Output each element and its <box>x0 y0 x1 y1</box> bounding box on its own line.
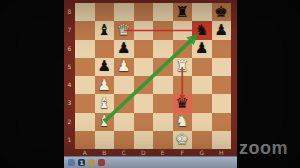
white-king[interactable]: ♚ <box>176 132 189 147</box>
square-d6[interactable] <box>134 40 154 58</box>
square-b6[interactable] <box>95 40 115 58</box>
rank-label-1: 1 <box>64 137 75 143</box>
square-a8[interactable] <box>75 3 95 21</box>
black-pawn[interactable]: ♟ <box>98 59 111 74</box>
square-h2[interactable] <box>212 113 232 131</box>
square-e7[interactable] <box>153 21 173 39</box>
square-d8[interactable] <box>134 3 154 21</box>
square-d1[interactable] <box>134 131 154 149</box>
square-e2[interactable] <box>153 113 173 131</box>
rank-label-5: 5 <box>64 64 75 70</box>
black-pawn[interactable]: ♟ <box>215 23 228 38</box>
black-rook[interactable]: ♜ <box>176 5 189 20</box>
square-d2[interactable] <box>134 113 154 131</box>
one-icon[interactable]: 1 <box>78 159 85 166</box>
chat-icon[interactable] <box>68 159 75 166</box>
square-g1[interactable] <box>192 131 212 149</box>
zoom-watermark: zoom <box>239 138 297 160</box>
square-f8[interactable]: ♜ <box>173 3 193 21</box>
square-e3[interactable] <box>153 94 173 112</box>
white-bishop[interactable]: ♝ <box>98 96 111 111</box>
white-bishop[interactable]: ♝ <box>98 114 111 129</box>
square-e8[interactable] <box>153 3 173 21</box>
square-a7[interactable] <box>75 21 95 39</box>
square-b7[interactable]: ♝ <box>95 21 115 39</box>
white-pawn[interactable]: ♟ <box>98 78 111 93</box>
square-e1[interactable] <box>153 131 173 149</box>
square-d7[interactable] <box>134 21 154 39</box>
square-f1[interactable]: ♚ <box>173 131 193 149</box>
file-label-G: G <box>192 149 212 156</box>
square-h6[interactable] <box>212 40 232 58</box>
black-bishop[interactable]: ♝ <box>98 23 111 38</box>
square-d4[interactable] <box>134 76 154 94</box>
square-f5[interactable]: ♜ <box>173 58 193 76</box>
square-e6[interactable] <box>153 40 173 58</box>
square-g4[interactable] <box>192 76 212 94</box>
square-a3[interactable] <box>75 94 95 112</box>
file-label-E: E <box>153 149 173 156</box>
square-c4[interactable] <box>114 76 134 94</box>
square-c2[interactable] <box>114 113 134 131</box>
square-h1[interactable] <box>212 131 232 149</box>
square-a4[interactable] <box>75 76 95 94</box>
rank-label-7: 7 <box>64 27 75 33</box>
black-pawn[interactable]: ♟ <box>117 41 130 56</box>
file-label-A: A <box>75 149 95 156</box>
file-label-H: H <box>212 149 232 156</box>
square-g8[interactable] <box>192 3 212 21</box>
square-c6[interactable]: ♟ <box>114 40 134 58</box>
file-label-C: C <box>114 149 134 156</box>
square-h5[interactable] <box>212 58 232 76</box>
square-c1[interactable] <box>114 131 134 149</box>
rank-label-2: 2 <box>64 119 75 125</box>
black-knight[interactable]: ♞ <box>195 23 208 38</box>
square-c7[interactable]: ♛ <box>114 21 134 39</box>
square-g6[interactable]: ♟ <box>192 40 212 58</box>
rank-label-6: 6 <box>64 46 75 52</box>
square-f7[interactable] <box>173 21 193 39</box>
square-f2[interactable]: ♞ <box>173 113 193 131</box>
file-label-D: D <box>134 149 154 156</box>
square-a6[interactable] <box>75 40 95 58</box>
square-h4[interactable] <box>212 76 232 94</box>
rank-label-8: 8 <box>64 9 75 15</box>
square-g5[interactable] <box>192 58 212 76</box>
white-knight[interactable]: ♞ <box>176 114 189 129</box>
black-king[interactable]: ♚ <box>215 5 228 20</box>
square-h7[interactable]: ♟ <box>212 21 232 39</box>
board-grid: ♜♚♝♛♞♟♟♟♟♟♜♟♝♛♝♞♚ <box>75 3 231 149</box>
square-d5[interactable] <box>134 58 154 76</box>
white-pawn[interactable]: ♟ <box>117 59 130 74</box>
square-g7[interactable]: ♞ <box>192 21 212 39</box>
square-c5[interactable]: ♟ <box>114 58 134 76</box>
folder-icon[interactable] <box>88 159 95 166</box>
white-queen[interactable]: ♛ <box>117 23 130 38</box>
square-h3[interactable] <box>212 94 232 112</box>
square-b2[interactable]: ♝ <box>95 113 115 131</box>
square-h8[interactable]: ♚ <box>212 3 232 21</box>
square-g2[interactable] <box>192 113 212 131</box>
taskbar: 1 <box>64 156 237 168</box>
media-icon[interactable] <box>98 159 105 166</box>
file-label-B: B <box>95 149 115 156</box>
square-a5[interactable] <box>75 58 95 76</box>
square-a1[interactable] <box>75 131 95 149</box>
square-f3[interactable]: ♛ <box>173 94 193 112</box>
square-f4[interactable] <box>173 76 193 94</box>
rank-label-4: 4 <box>64 82 75 88</box>
black-pawn[interactable]: ♟ <box>195 41 208 56</box>
chess-board: ♜♚♝♛♞♟♟♟♟♟♜♟♝♛♝♞♚ 87654321ABCDEFGH <box>64 0 237 156</box>
square-e4[interactable] <box>153 76 173 94</box>
square-b8[interactable] <box>95 3 115 21</box>
square-c8[interactable] <box>114 3 134 21</box>
square-e5[interactable] <box>153 58 173 76</box>
square-b5[interactable]: ♟ <box>95 58 115 76</box>
square-g3[interactable] <box>192 94 212 112</box>
black-queen[interactable]: ♛ <box>176 96 189 111</box>
square-b1[interactable] <box>95 131 115 149</box>
white-rook[interactable]: ♜ <box>176 59 189 74</box>
square-f6[interactable] <box>173 40 193 58</box>
rank-label-3: 3 <box>64 100 75 106</box>
square-b4[interactable]: ♟ <box>95 76 115 94</box>
square-a2[interactable] <box>75 113 95 131</box>
square-c3[interactable] <box>114 94 134 112</box>
file-label-F: F <box>173 149 193 156</box>
square-b3[interactable]: ♝ <box>95 94 115 112</box>
square-d3[interactable] <box>134 94 154 112</box>
